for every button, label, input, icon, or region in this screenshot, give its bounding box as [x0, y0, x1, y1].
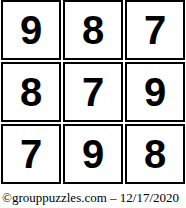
cell-r1c0: 8 [1, 62, 61, 122]
cell-r2c2: 8 [125, 124, 185, 184]
cell-r2c1: 9 [63, 124, 123, 184]
cell-r1c1: 7 [63, 62, 123, 122]
puzzle-page: 9 8 7 8 7 9 7 9 8 ©grouppuzzles.com – 12… [0, 0, 186, 208]
puzzle-board: 9 8 7 8 7 9 7 9 8 [1, 0, 185, 184]
cell-r1c2: 9 [125, 62, 185, 122]
cell-r0c1: 8 [63, 0, 123, 60]
cell-r0c0: 9 [1, 0, 61, 60]
copyright-credit: ©grouppuzzles.com – 12/17/2020 [2, 190, 179, 206]
cell-r2c0: 7 [1, 124, 61, 184]
cell-r0c2: 7 [125, 0, 185, 60]
